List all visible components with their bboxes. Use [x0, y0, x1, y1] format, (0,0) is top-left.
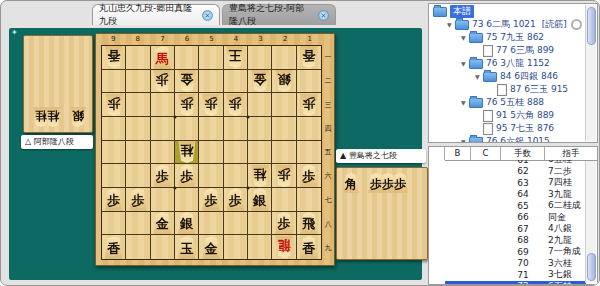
board-cell[interactable]: [248, 46, 272, 70]
tree-node-row[interactable]: 95 7七玉 876: [429, 122, 586, 135]
piece-kanji: 銀: [180, 215, 193, 230]
move-number: 64: [501, 189, 545, 199]
board-cell[interactable]: [224, 70, 248, 94]
shogi-piece-gote: 王: [225, 46, 245, 68]
folder-icon: [469, 59, 483, 69]
piece-kanji: 歩: [204, 97, 217, 112]
board-cell[interactable]: [224, 212, 248, 236]
piece-kanji: 玉: [180, 240, 193, 255]
sente-player-plate: ▲ 豊島将之七段: [336, 149, 426, 163]
board-cell[interactable]: 王: [224, 46, 248, 70]
tree-node-label: 76 5五桂 888: [486, 96, 544, 109]
board-cell[interactable]: 香: [102, 235, 126, 259]
tree-node-row[interactable]: ▼84 6四銀 846: [429, 70, 586, 83]
board-cell[interactable]: 龍: [272, 235, 296, 259]
board-cell[interactable]: 桂: [248, 164, 272, 188]
shogi-piece-gote: 桂: [250, 165, 270, 187]
arrow-col: [429, 258, 445, 270]
panel-corner-icon: ✦: [11, 29, 19, 37]
shogi-piece-sente: 銀: [250, 188, 270, 210]
board-cell[interactable]: [199, 117, 223, 141]
board-cell[interactable]: [297, 117, 321, 141]
piece-kanji: 香: [107, 50, 120, 65]
board-cell[interactable]: [272, 117, 296, 141]
board-cell[interactable]: 歩: [151, 70, 175, 94]
tree-root-row[interactable]: 本譜: [429, 5, 586, 18]
shogi-piece-sente: 歩: [225, 188, 245, 210]
board-cell[interactable]: 歩: [199, 188, 223, 212]
arrow-col: [429, 177, 445, 189]
header-col-movenum: 手数: [501, 147, 545, 160]
board-cell[interactable]: [248, 235, 272, 259]
header-col-b: B: [445, 147, 471, 160]
board-cell[interactable]: [199, 212, 223, 236]
shogi-piece-gote: 龍: [274, 236, 294, 258]
tree-node-row[interactable]: 91 5六角 889: [429, 109, 586, 122]
piece-kanji: 香: [302, 240, 315, 255]
piece-kanji: 桂: [47, 110, 59, 124]
rank-label: 五: [322, 147, 334, 157]
board-cell[interactable]: 金: [151, 212, 175, 236]
piece-kanji: 金: [253, 73, 266, 88]
piece-kanji: 金: [180, 73, 193, 88]
move-list-body: 616五桂627二歩637四桂643九龍656二桂成66同金674八銀682九龍…: [429, 160, 586, 284]
board-cell[interactable]: 歩: [102, 93, 126, 117]
piece-kanji: 馬: [156, 50, 169, 65]
folder-icon: [469, 137, 483, 142]
tree-node-label: 95 7七玉 876: [496, 122, 554, 135]
sente-player-name: ▲ 豊島将之七段: [340, 151, 397, 160]
shogi-piece-gote: 銀: [274, 70, 294, 92]
piece-kanji: 金: [204, 240, 217, 255]
piece-kanji: 歩: [204, 192, 217, 207]
gote-player-name: △ 阿部隆八段: [25, 137, 74, 146]
piece-kanji: 歩: [382, 176, 394, 190]
board-cell[interactable]: 銀: [248, 188, 272, 212]
tree-node-row[interactable]: ▼75 7九玉 862: [429, 31, 586, 44]
file-label: 7: [150, 34, 175, 45]
tree-node-row[interactable]: ▼76 5五桂 888: [429, 96, 586, 109]
shogi-piece-gote: 歩: [274, 165, 294, 187]
tree-node-label: 76 3八龍 1152: [486, 57, 550, 70]
tree-node-label: 84 6四銀 846: [500, 70, 558, 83]
move-number: 71: [501, 270, 545, 280]
board-cell[interactable]: [224, 235, 248, 259]
move-number: 72: [501, 281, 545, 284]
piece-kanji: 金: [156, 215, 169, 230]
hoshi-dot: [173, 115, 176, 118]
arrow-col: [429, 200, 445, 212]
tree-node-tag: [読筋]: [542, 18, 567, 31]
folder-icon: [433, 7, 447, 17]
tree-node-label: 91 5六角 889: [496, 109, 554, 122]
board-cell[interactable]: [199, 70, 223, 94]
rank-label: 四: [322, 124, 334, 134]
file-label: 4: [224, 34, 249, 45]
arrow-col: [429, 223, 445, 235]
shogi-piece-sente: 銀: [177, 212, 197, 234]
board-cell[interactable]: [199, 46, 223, 70]
board-cell[interactable]: [151, 117, 175, 141]
shogi-piece-gote: 香: [299, 46, 319, 68]
arrow-col: [429, 189, 445, 201]
board-cell[interactable]: [297, 141, 321, 165]
hoshi-dot: [247, 187, 250, 190]
page-icon: [483, 110, 493, 122]
shogi-piece-sente: 歩: [201, 188, 221, 210]
shogi-piece-sente: 金: [201, 236, 221, 258]
piece-kanji: 桂: [35, 110, 47, 124]
piece-kanji: 歩: [180, 168, 193, 183]
board-cell[interactable]: 香: [297, 46, 321, 70]
tree-node-row[interactable]: 87 6三玉 915: [429, 83, 586, 96]
shogi-piece-gote: 歩: [299, 94, 319, 116]
shogi-piece-sente: 馬: [152, 46, 172, 68]
shogi-piece-gote: 香: [104, 46, 124, 68]
shogi-piece-gote: 桂: [44, 107, 62, 127]
shogi-piece-sente: 香: [299, 236, 319, 258]
shogi-board: 987654321 一二三四五六七八九 香馬王香歩金金銀歩歩歩歩歩桂歩歩桂歩歩歩…: [95, 33, 335, 266]
tab-game-2[interactable]: 豊島将之七段-阿部隆八段 ✕: [222, 4, 336, 25]
shogi-piece-gote: 歩: [225, 94, 245, 116]
move-number: 65: [501, 201, 545, 211]
move-number: 61: [501, 160, 545, 165]
board-cell[interactable]: 歩: [224, 188, 248, 212]
page-icon: [497, 84, 507, 96]
app-window: 丸山忠久九段-郷田真隆九段 ✕ 豊島将之七段-阿部隆八段 ✕ ✦ 桂桂銀 △ 阿…: [0, 0, 600, 286]
board-cell[interactable]: 銀: [175, 212, 199, 236]
board-cell[interactable]: [272, 46, 296, 70]
piece-kanji: 飛: [302, 215, 315, 230]
piece-kanji: 香: [107, 240, 120, 255]
shogi-piece-gote: 歩: [177, 94, 197, 116]
shogi-piece-sente: 香: [104, 236, 124, 258]
file-label: 9: [101, 34, 126, 45]
board-cell[interactable]: [126, 212, 150, 236]
folder-icon: [483, 72, 497, 82]
board-cell[interactable]: 歩: [102, 188, 126, 212]
tree-node-label: 75 7九玉 862: [486, 31, 544, 44]
piece-kanji: 桂: [180, 144, 193, 159]
move-number: 63: [501, 178, 545, 188]
page-icon: [483, 45, 493, 57]
piece-kanji: 銀: [277, 73, 290, 88]
piece-kanji: 角: [345, 176, 357, 190]
arrow-col: [429, 246, 445, 258]
disclosure-triangle-icon[interactable]: ▼: [475, 73, 483, 80]
header-col-move: 指手: [545, 147, 597, 160]
tree-node-row[interactable]: ▼76 6六銀 1015: [429, 135, 586, 142]
shogi-piece-gote: 歩: [104, 94, 124, 116]
move-list-scrollbar[interactable]: [585, 161, 596, 283]
sente-hand-pieces: 角歩歩歩: [342, 173, 409, 193]
board-cell[interactable]: [175, 46, 199, 70]
shogi-piece-gote: 銀: [69, 107, 87, 127]
board-cell[interactable]: 歩: [199, 93, 223, 117]
rank-label: 一: [322, 52, 334, 62]
folder-icon: [469, 98, 483, 108]
file-label: 5: [199, 34, 224, 45]
gote-hand-tray: 桂桂銀: [23, 35, 93, 133]
board-cell[interactable]: 歩: [297, 164, 321, 188]
piece-kanji: 王: [229, 50, 242, 65]
board-cell[interactable]: 金: [248, 70, 272, 94]
board-panel: ✦ 桂桂銀 △ 阿部隆八段 987654321 一二三四五六七八九 香馬王香歩金…: [9, 28, 422, 280]
shogi-piece-sente: 飛: [299, 212, 319, 234]
shogi-piece-sente: 金: [152, 212, 172, 234]
board-cell[interactable]: 歩: [272, 164, 296, 188]
shogi-piece-sente: 歩: [299, 165, 319, 187]
tree-node-row[interactable]: ▼73 6二馬 1021[読筋]: [429, 18, 586, 31]
tree-node-label: 76 6六銀 1015: [486, 135, 550, 142]
header-arrow-col: [429, 147, 445, 160]
rank-coordinates: 一二三四五六七八九: [322, 45, 334, 260]
node-badge-icon: [571, 19, 582, 30]
rank-label: 八: [322, 219, 334, 229]
board-cell[interactable]: [224, 164, 248, 188]
move-text: 6五桂: [545, 280, 586, 284]
piece-kanji: 銀: [72, 110, 84, 124]
board-cell[interactable]: [102, 70, 126, 94]
board-cell[interactable]: 桂: [175, 141, 199, 165]
board-cell[interactable]: [151, 141, 175, 165]
board-cell[interactable]: [126, 235, 150, 259]
move-number: 69: [501, 247, 545, 257]
file-label: 1: [297, 34, 322, 45]
board-cell[interactable]: 玉: [175, 235, 199, 259]
shogi-piece-sente: 歩: [152, 165, 172, 187]
tab-close-icon[interactable]: ✕: [318, 10, 329, 21]
board-cell[interactable]: [126, 93, 150, 117]
piece-kanji: 歩: [277, 215, 290, 230]
board-cell[interactable]: [126, 70, 150, 94]
header-col-c: C: [471, 147, 501, 160]
board-cell[interactable]: 金: [175, 70, 199, 94]
board-cell[interactable]: [151, 235, 175, 259]
board-cell[interactable]: [102, 212, 126, 236]
shogi-piece-gote: 金: [250, 70, 270, 92]
move-number: 62: [501, 166, 545, 176]
hoshi-dot: [247, 115, 250, 118]
move-number: 68: [501, 235, 545, 245]
piece-kanji: 香: [302, 50, 315, 65]
board-cell[interactable]: [224, 141, 248, 165]
piece-kanji: 歩: [229, 192, 242, 207]
board-cell[interactable]: [126, 164, 150, 188]
board-cell[interactable]: [248, 117, 272, 141]
board-cell[interactable]: [151, 93, 175, 117]
gote-player-plate: △ 阿部隆八段: [21, 135, 93, 149]
piece-kanji: 歩: [302, 168, 315, 183]
arrow-col: [429, 269, 445, 281]
board-cell[interactable]: [199, 164, 223, 188]
piece-kanji: 歩: [302, 97, 315, 112]
board-cell[interactable]: 歩: [224, 93, 248, 117]
rank-label: 六: [322, 171, 334, 181]
board-cell[interactable]: [297, 188, 321, 212]
board-cell[interactable]: [272, 141, 296, 165]
folder-icon: [469, 33, 483, 43]
board-cell[interactable]: 歩: [272, 212, 296, 236]
move-number: 66: [501, 212, 545, 222]
board-cell[interactable]: [248, 93, 272, 117]
shogi-piece-sente: 歩: [104, 188, 124, 210]
gote-hand-pieces: 桂桂銀: [32, 107, 87, 127]
piece-kanji: 桂: [253, 168, 266, 183]
move-list-scrollbar-thumb[interactable]: [587, 253, 596, 281]
board-cell[interactable]: [126, 46, 150, 70]
page-icon: [483, 123, 493, 135]
piece-kanji: 歩: [107, 192, 120, 207]
board-cell[interactable]: [126, 117, 150, 141]
rank-label: 二: [322, 76, 334, 86]
board-grid: 香馬王香歩金金銀歩歩歩歩歩桂歩歩桂歩歩歩歩歩歩銀金銀歩飛香玉金龍香: [101, 45, 322, 260]
disclosure-triangle-icon[interactable]: ▼: [447, 21, 455, 28]
board-cell[interactable]: [272, 188, 296, 212]
board-cell[interactable]: 歩: [126, 188, 150, 212]
tab-game-2-label: 豊島将之七段-阿部隆八段: [229, 2, 313, 28]
disclosure-triangle-icon[interactable]: ▼: [461, 60, 469, 67]
tree-scrollbar-thumb[interactable]: [587, 7, 596, 45]
board-cell[interactable]: 歩: [151, 164, 175, 188]
board-cell[interactable]: 金: [199, 235, 223, 259]
hoshi-dot: [173, 187, 176, 190]
board-cell[interactable]: 銀: [272, 70, 296, 94]
piece-kanji: 龍: [277, 240, 290, 255]
board-cell[interactable]: [151, 188, 175, 212]
board-cell[interactable]: [248, 212, 272, 236]
folder-icon: [455, 20, 469, 30]
board-cell[interactable]: 歩: [175, 93, 199, 117]
piece-kanji: 歩: [107, 97, 120, 112]
move-number: 67: [501, 224, 545, 234]
rank-label: 七: [322, 195, 334, 205]
shogi-piece-sente: 歩: [177, 165, 197, 187]
tree-node-label: 73 6二馬 1021: [472, 18, 536, 31]
board-cell[interactable]: [175, 117, 199, 141]
shogi-piece-sente: 歩: [391, 173, 409, 193]
tree-node-row[interactable]: 77 6三馬 899: [429, 44, 586, 57]
tab-close-icon[interactable]: ✕: [202, 10, 213, 21]
piece-kanji: 歩: [394, 176, 406, 190]
tab-game-1[interactable]: 丸山忠久九段-郷田真隆九段 ✕: [92, 4, 220, 25]
shogi-piece-gote: 歩: [201, 94, 221, 116]
tree-node-row[interactable]: ▼76 3八龍 1152: [429, 57, 586, 70]
shogi-piece-sente: 角: [342, 173, 360, 193]
board-cell[interactable]: 歩: [175, 164, 199, 188]
tree-root-label: 本譜: [450, 5, 474, 18]
board-cell[interactable]: [199, 141, 223, 165]
piece-kanji: 歩: [156, 168, 169, 183]
shogi-piece-sente: 歩: [274, 212, 294, 234]
file-label: 8: [126, 34, 151, 45]
shogi-piece-sente: 歩: [128, 188, 148, 210]
piece-kanji: 銀: [253, 192, 266, 207]
board-cell[interactable]: [102, 117, 126, 141]
board-cell[interactable]: [102, 164, 126, 188]
piece-kanji: 歩: [131, 192, 144, 207]
board-cell[interactable]: 歩: [297, 93, 321, 117]
board-cell[interactable]: [248, 141, 272, 165]
tab-game-1-label: 丸山忠久九段-郷田真隆九段: [99, 2, 197, 28]
move-row[interactable]: →726五桂: [429, 281, 586, 285]
piece-kanji: 歩: [156, 73, 169, 88]
rank-label: 三: [322, 100, 334, 110]
shogi-piece-gote: 金: [177, 70, 197, 92]
board-cell[interactable]: 馬: [151, 46, 175, 70]
board-cell[interactable]: 香: [297, 235, 321, 259]
board-cell[interactable]: [297, 70, 321, 94]
piece-kanji: 歩: [229, 97, 242, 112]
piece-kanji: 歩: [277, 168, 290, 183]
piece-kanji: 歩: [370, 176, 382, 190]
disclosure-triangle-icon[interactable]: ▼: [461, 99, 469, 106]
arrow-col: [429, 212, 445, 224]
board-cell[interactable]: 香: [102, 46, 126, 70]
board-cell[interactable]: [102, 141, 126, 165]
board-cell[interactable]: [272, 93, 296, 117]
disclosure-triangle-icon[interactable]: ▼: [461, 34, 469, 41]
file-coordinates: 987654321: [101, 34, 322, 45]
current-move-arrow-icon: →: [429, 281, 445, 285]
shogi-piece-gote: 歩: [152, 70, 172, 92]
file-label: 3: [248, 34, 273, 45]
tree-node-label: 77 6三馬 899: [496, 44, 554, 57]
move-list-table: B C 手数 指手 616五桂627二歩637四桂643九龍656二桂成66同金…: [428, 146, 598, 285]
board-cell[interactable]: [224, 117, 248, 141]
board-cell[interactable]: [126, 141, 150, 165]
move-list-header: B C 手数 指手: [429, 147, 597, 161]
board-cell[interactable]: 飛: [297, 212, 321, 236]
tree-node-label: 87 6三玉 915: [510, 83, 568, 96]
rank-label: 九: [322, 243, 334, 253]
disclosure-triangle-icon[interactable]: ▼: [461, 138, 469, 142]
move-number: 70: [501, 258, 545, 268]
variation-tree-rows: 本譜 ▼73 6二馬 1021[読筋]▼75 7九玉 86277 6三馬 899…: [429, 5, 586, 142]
shogi-piece-gote: 桂: [177, 141, 197, 163]
piece-kanji: 歩: [180, 97, 193, 112]
shogi-piece-sente: 玉: [177, 236, 197, 258]
arrow-col: [429, 235, 445, 247]
variation-tree: 本譜 ▼73 6二馬 1021[読筋]▼75 7九玉 86277 6三馬 899…: [428, 3, 598, 143]
arrow-col: [429, 166, 445, 178]
file-label: 6: [175, 34, 200, 45]
sente-hand-tray: 角歩歩歩: [336, 167, 428, 260]
board-cell[interactable]: [175, 188, 199, 212]
tree-scrollbar[interactable]: [585, 5, 596, 141]
file-label: 2: [273, 34, 298, 45]
